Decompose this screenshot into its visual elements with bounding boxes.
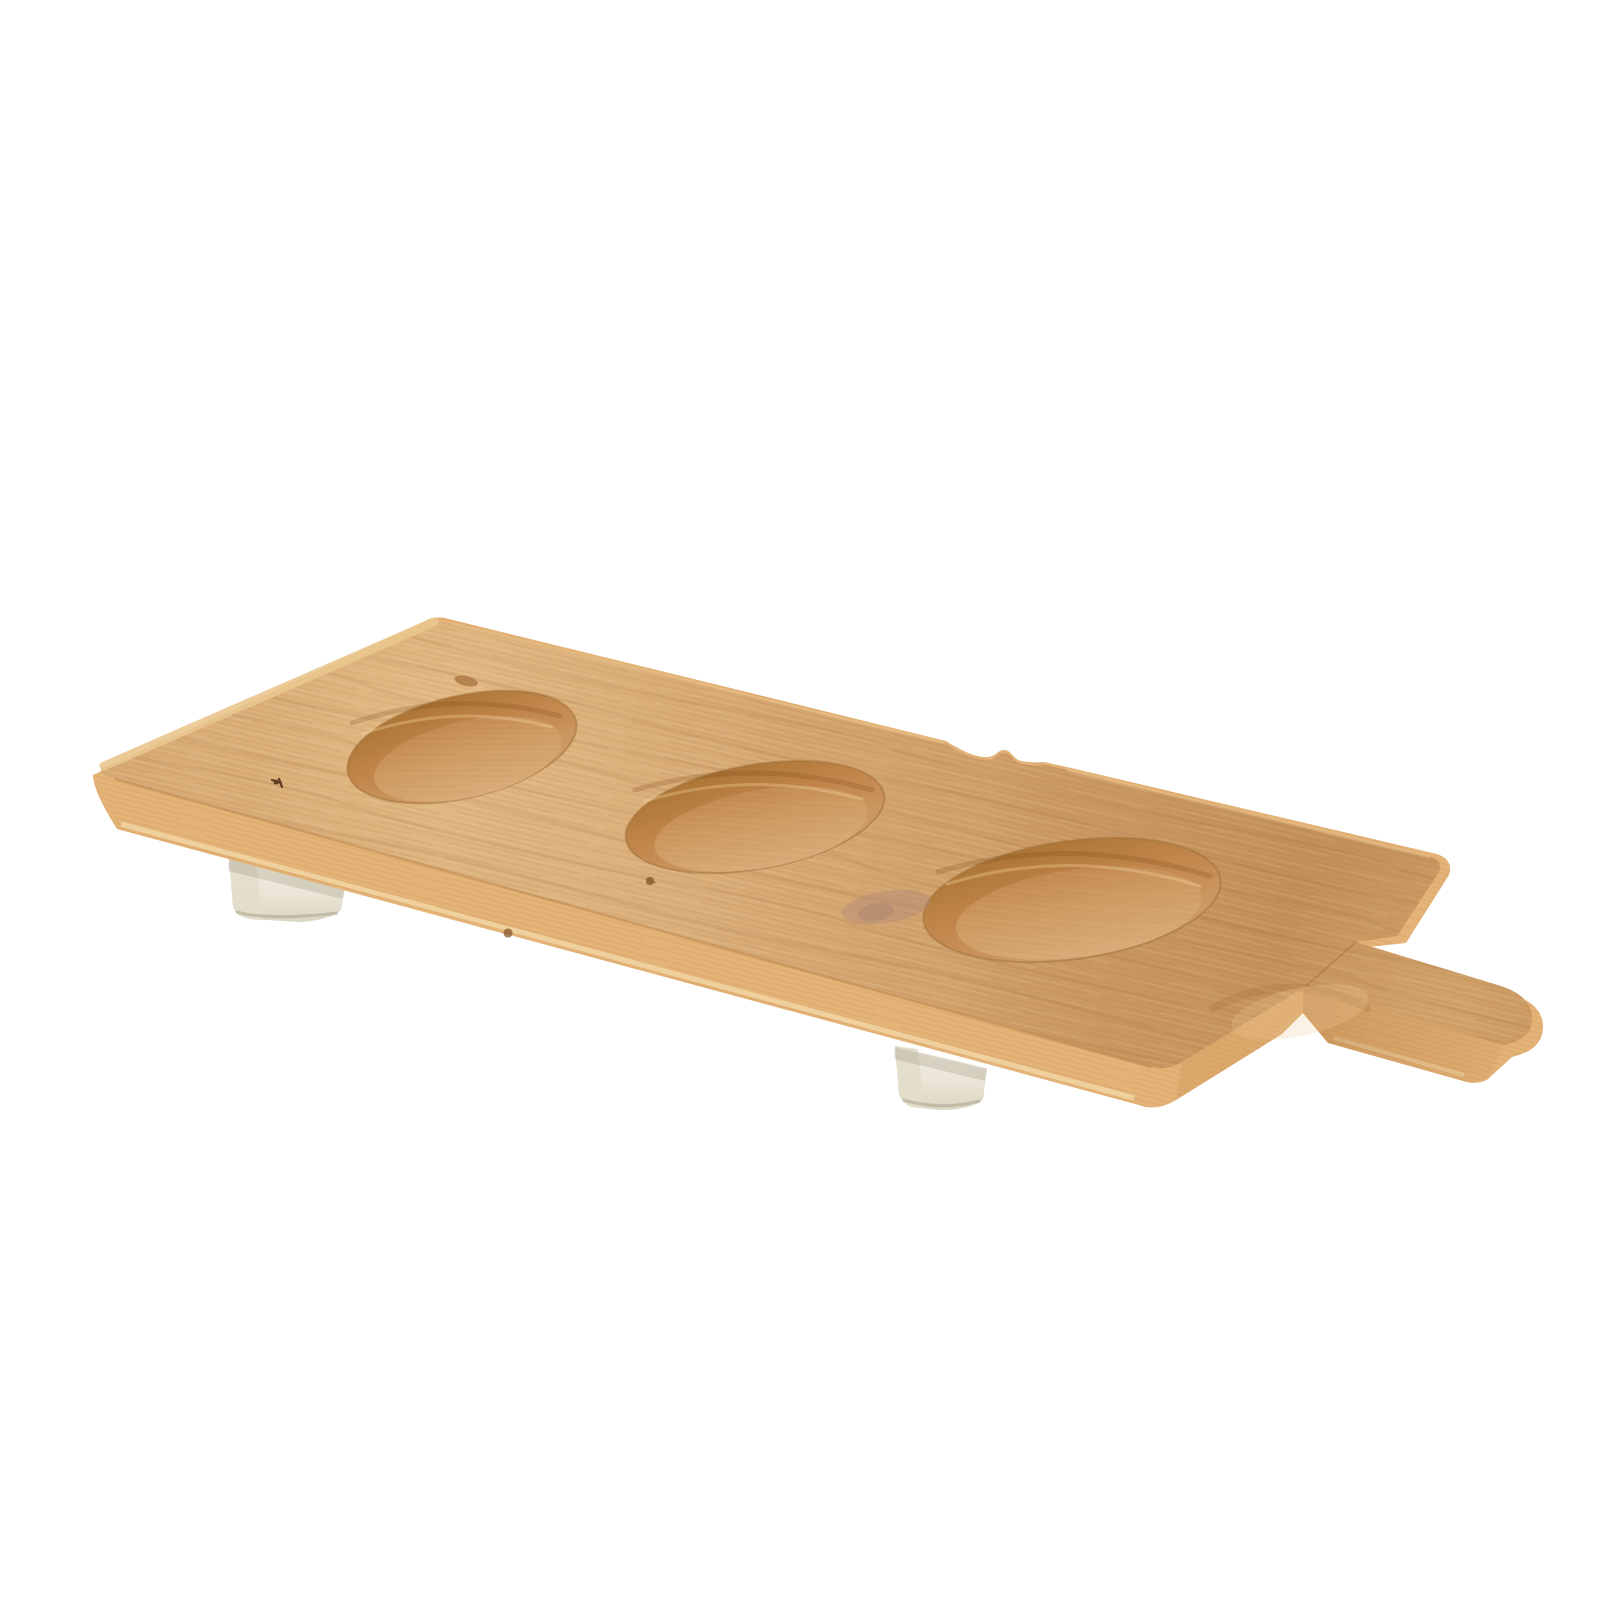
serving-board-illustration	[0, 0, 1600, 1600]
knot-front-face	[504, 929, 513, 938]
product-photo	[0, 0, 1600, 1600]
